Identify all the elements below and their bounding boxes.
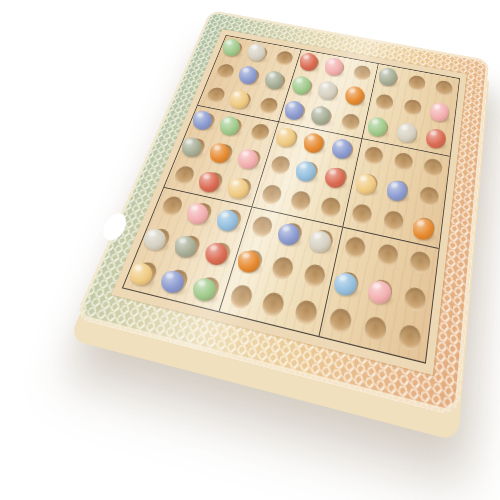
hole: [172, 165, 196, 187]
hole: [418, 186, 439, 209]
hole: [303, 262, 328, 288]
cell-r8c9[interactable]: [395, 277, 434, 322]
hole: [289, 190, 312, 213]
hole: [435, 79, 454, 97]
ball-green[interactable]: [193, 278, 216, 301]
hole: [274, 50, 294, 67]
hole: [351, 203, 374, 226]
hole: [363, 315, 388, 344]
hole: [271, 255, 296, 281]
product-photo-scene: [0, 0, 500, 500]
ball-white[interactable]: [397, 123, 416, 142]
ball-blue[interactable]: [193, 111, 212, 130]
hole: [403, 285, 427, 312]
ball-green[interactable]: [292, 76, 310, 94]
hole: [319, 196, 342, 219]
ball-yellow[interactable]: [228, 178, 249, 199]
hole: [393, 151, 414, 172]
ball-white[interactable]: [248, 43, 266, 61]
hole: [249, 122, 271, 142]
ball-orange[interactable]: [237, 250, 259, 272]
ball-pink[interactable]: [187, 203, 208, 224]
ball-white[interactable]: [144, 229, 166, 251]
ball-lightblue[interactable]: [217, 210, 238, 231]
ball-blue[interactable]: [387, 180, 408, 201]
ball-sage[interactable]: [182, 137, 202, 157]
hole: [341, 112, 362, 131]
ball-red[interactable]: [299, 53, 317, 71]
sudoku-board: [74, 10, 489, 416]
ball-blue[interactable]: [161, 271, 184, 294]
ball-orange[interactable]: [413, 218, 434, 239]
ball-green[interactable]: [220, 116, 239, 135]
ball-red[interactable]: [205, 243, 227, 265]
ball-orange[interactable]: [210, 143, 230, 163]
hole: [382, 210, 404, 234]
ball-sage[interactable]: [265, 71, 283, 89]
ball-sage[interactable]: [174, 236, 196, 258]
cell-r9c8[interactable]: [354, 306, 395, 354]
hole: [375, 93, 395, 111]
hole: [294, 298, 320, 326]
ball-blue[interactable]: [239, 66, 257, 84]
ball-yellow[interactable]: [130, 263, 152, 285]
ball-blue[interactable]: [284, 101, 303, 120]
hole: [353, 64, 372, 81]
hole: [397, 323, 422, 352]
ball-pink[interactable]: [430, 103, 449, 122]
ball-green[interactable]: [222, 39, 240, 57]
ball-yellow[interactable]: [230, 90, 249, 109]
hole: [403, 98, 423, 117]
cell-r9c5[interactable]: [252, 282, 295, 328]
ball-red[interactable]: [426, 129, 445, 148]
ball-yellow[interactable]: [276, 128, 295, 147]
hole: [260, 291, 286, 319]
cell-r8c2[interactable]: [168, 226, 211, 267]
ball-pink[interactable]: [238, 149, 258, 169]
hole: [228, 283, 254, 310]
hole: [258, 96, 279, 115]
cell-r9c9[interactable]: [389, 314, 429, 363]
ball-red[interactable]: [199, 172, 219, 192]
hole: [215, 63, 236, 80]
ball-pink[interactable]: [368, 281, 391, 304]
hole: [269, 155, 292, 176]
